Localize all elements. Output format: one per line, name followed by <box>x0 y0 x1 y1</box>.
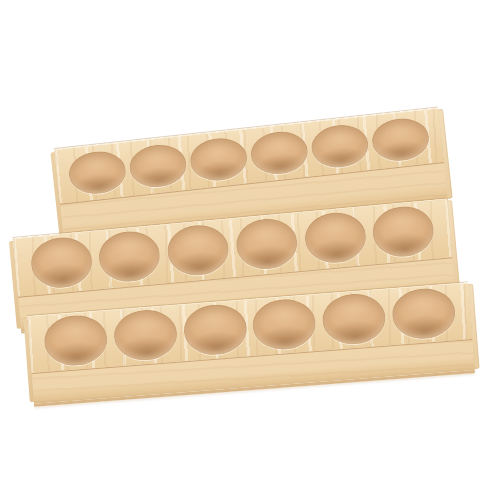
slot-empty <box>371 204 436 259</box>
slot-empty <box>188 135 249 183</box>
slot-empty <box>370 116 431 164</box>
slot-empty <box>321 292 388 347</box>
slot-empty <box>309 122 370 170</box>
slot-empty <box>302 210 367 265</box>
slot-empty <box>249 129 310 177</box>
slot-empty <box>182 302 249 357</box>
slot-empty <box>234 216 299 271</box>
slot-empty <box>42 313 109 368</box>
slot-empty <box>165 223 230 278</box>
slot-empty <box>112 308 179 363</box>
wooden-display-rack <box>0 0 500 500</box>
slot-empty <box>67 149 128 197</box>
slot-empty <box>29 235 94 290</box>
product-photo <box>0 0 500 500</box>
slot-empty <box>390 286 457 341</box>
slot-empty <box>127 142 188 190</box>
slot-empty <box>251 297 318 352</box>
slot-empty <box>97 229 162 284</box>
